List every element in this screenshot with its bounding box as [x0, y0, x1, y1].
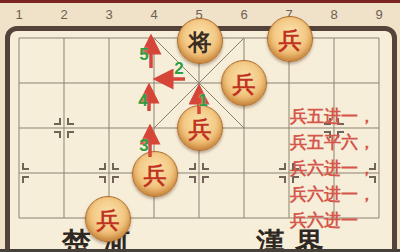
arrow-number-3: 3 — [135, 137, 153, 155]
arrow-number-5: 5 — [135, 46, 153, 64]
move-line-1: 兵五进一， — [290, 104, 400, 130]
move-line-4: 兵六进一， — [290, 182, 400, 208]
arrow-number-2: 2 — [170, 60, 188, 78]
arrow-number-4: 4 — [134, 92, 152, 110]
move-line-5: 兵六进一 — [290, 208, 400, 234]
move-line-2: 兵五平六， — [290, 130, 400, 156]
move-line-3: 兵六进一， — [290, 156, 400, 182]
arrow-number-1: 1 — [194, 92, 212, 110]
top-accent-bar — [0, 0, 400, 3]
